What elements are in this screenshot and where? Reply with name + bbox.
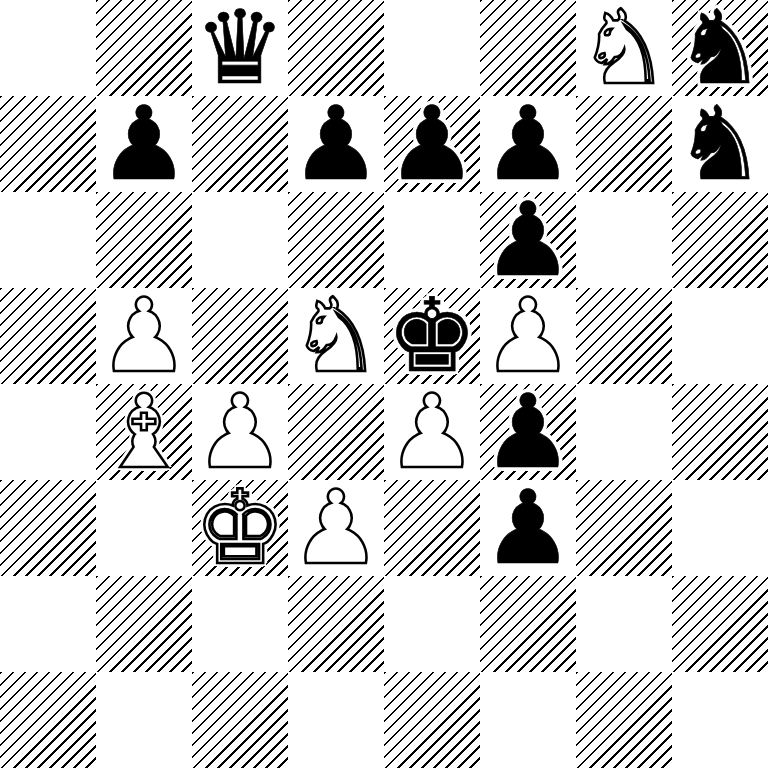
square-f5[interactable]: ♟ — [480, 288, 576, 384]
square-a5[interactable] — [0, 288, 96, 384]
square-a4[interactable] — [0, 384, 96, 480]
square-f7[interactable]: ♟ — [480, 96, 576, 192]
square-d8[interactable] — [288, 0, 384, 96]
square-f2[interactable] — [480, 576, 576, 672]
square-a8[interactable] — [0, 0, 96, 96]
square-c2[interactable] — [192, 576, 288, 672]
piece-white-knight: ♞ — [578, 0, 669, 96]
square-f6[interactable]: ♟ — [480, 192, 576, 288]
piece-white-pawn: ♟ — [386, 384, 477, 480]
square-c6[interactable] — [192, 192, 288, 288]
square-d2[interactable] — [288, 576, 384, 672]
square-a3[interactable] — [0, 480, 96, 576]
square-c1[interactable] — [192, 672, 288, 768]
square-g8[interactable]: ♞ — [576, 0, 672, 96]
square-d5[interactable]: ♞ — [288, 288, 384, 384]
square-e7[interactable]: ♟ — [384, 96, 480, 192]
square-b6[interactable] — [96, 192, 192, 288]
square-b1[interactable] — [96, 672, 192, 768]
square-g6[interactable] — [576, 192, 672, 288]
square-c5[interactable] — [192, 288, 288, 384]
square-d7[interactable]: ♟ — [288, 96, 384, 192]
square-h6[interactable] — [672, 192, 768, 288]
square-h7[interactable]: ♞ — [672, 96, 768, 192]
square-h3[interactable] — [672, 480, 768, 576]
square-a6[interactable] — [0, 192, 96, 288]
square-g7[interactable] — [576, 96, 672, 192]
piece-black-pawn: ♟ — [98, 96, 189, 192]
square-g1[interactable] — [576, 672, 672, 768]
square-b2[interactable] — [96, 576, 192, 672]
square-e3[interactable] — [384, 480, 480, 576]
square-b4[interactable]: ♝ — [96, 384, 192, 480]
square-f8[interactable] — [480, 0, 576, 96]
square-e8[interactable] — [384, 0, 480, 96]
square-c8[interactable]: ♛ — [192, 0, 288, 96]
piece-black-pawn: ♟ — [290, 96, 381, 192]
piece-black-king: ♚ — [386, 288, 477, 384]
square-g2[interactable] — [576, 576, 672, 672]
square-f4[interactable]: ♟ — [480, 384, 576, 480]
piece-black-queen: ♛ — [194, 0, 285, 96]
piece-black-pawn: ♟ — [482, 192, 573, 288]
square-c4[interactable]: ♟ — [192, 384, 288, 480]
square-e6[interactable] — [384, 192, 480, 288]
piece-white-pawn: ♟ — [482, 288, 573, 384]
square-h1[interactable] — [672, 672, 768, 768]
square-a2[interactable] — [0, 576, 96, 672]
square-g4[interactable] — [576, 384, 672, 480]
square-e5[interactable]: ♚ — [384, 288, 480, 384]
piece-white-pawn: ♟ — [98, 288, 189, 384]
square-d6[interactable] — [288, 192, 384, 288]
piece-black-pawn: ♟ — [482, 480, 573, 576]
square-f3[interactable]: ♟ — [480, 480, 576, 576]
square-a1[interactable] — [0, 672, 96, 768]
square-b3[interactable] — [96, 480, 192, 576]
piece-black-pawn: ♟ — [386, 96, 477, 192]
square-a7[interactable] — [0, 96, 96, 192]
square-e1[interactable] — [384, 672, 480, 768]
square-h2[interactable] — [672, 576, 768, 672]
piece-black-pawn: ♟ — [482, 384, 573, 480]
piece-white-pawn: ♟ — [194, 384, 285, 480]
piece-black-knight: ♞ — [674, 0, 765, 96]
chess-board: ♛♞♞♟♟♟♟♞♟♟♞♚♟♝♟♟♟♚♟♟ — [0, 0, 768, 768]
piece-black-pawn: ♟ — [482, 96, 573, 192]
square-e2[interactable] — [384, 576, 480, 672]
square-d3[interactable]: ♟ — [288, 480, 384, 576]
square-b8[interactable] — [96, 0, 192, 96]
square-e4[interactable]: ♟ — [384, 384, 480, 480]
square-h5[interactable] — [672, 288, 768, 384]
square-d1[interactable] — [288, 672, 384, 768]
square-d4[interactable] — [288, 384, 384, 480]
square-c3[interactable]: ♚ — [192, 480, 288, 576]
square-g5[interactable] — [576, 288, 672, 384]
square-c7[interactable] — [192, 96, 288, 192]
square-b7[interactable]: ♟ — [96, 96, 192, 192]
piece-black-knight: ♞ — [674, 96, 765, 192]
square-h8[interactable]: ♞ — [672, 0, 768, 96]
piece-white-king: ♚ — [194, 480, 285, 576]
square-b5[interactable]: ♟ — [96, 288, 192, 384]
piece-white-bishop: ♝ — [98, 384, 189, 480]
piece-white-knight: ♞ — [290, 288, 381, 384]
square-f1[interactable] — [480, 672, 576, 768]
piece-white-pawn: ♟ — [290, 480, 381, 576]
square-g3[interactable] — [576, 480, 672, 576]
square-h4[interactable] — [672, 384, 768, 480]
